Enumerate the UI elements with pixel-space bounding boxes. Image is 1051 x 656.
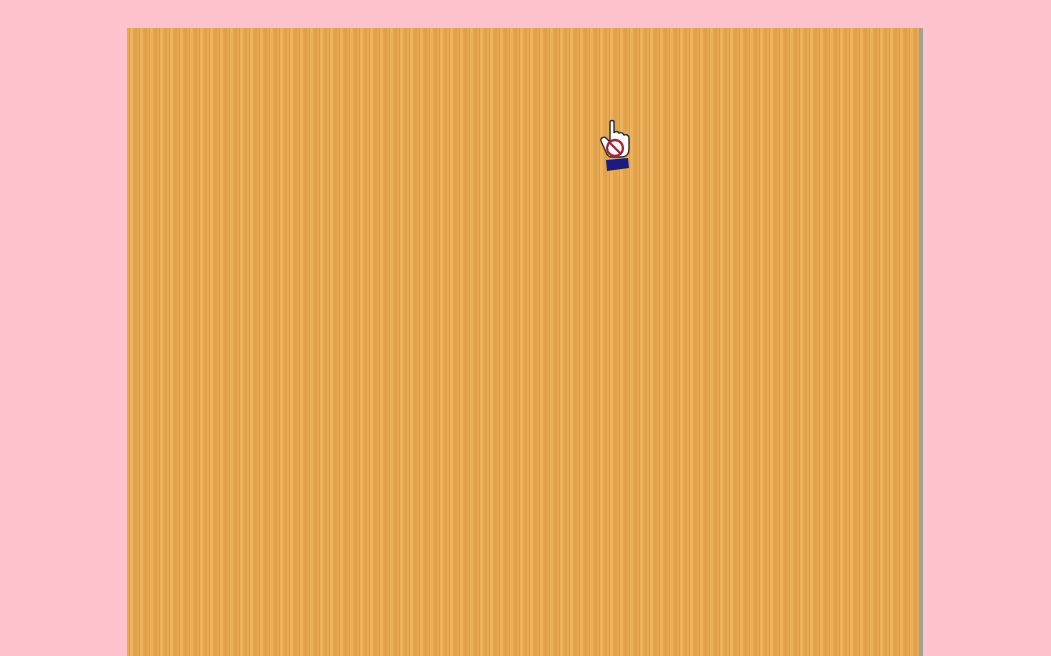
go-app-window — [0, 0, 1051, 656]
board-grid — [127, 28, 919, 656]
forbidden-cursor-icon — [597, 119, 633, 175]
go-board[interactable] — [127, 28, 923, 656]
